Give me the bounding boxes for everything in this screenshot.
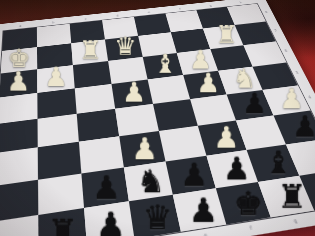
square-c2: ♟ (81, 167, 129, 208)
square-b4 (38, 114, 79, 148)
file-label: g (209, 4, 212, 7)
white-pawn: ♟ (189, 47, 212, 72)
white-bishop: ♝ (154, 51, 177, 77)
white-pawn: ♟ (131, 133, 158, 163)
file-label: f (178, 7, 181, 10)
white-pawn: ♟ (196, 70, 220, 97)
file-label: h (239, 1, 243, 4)
white-pawn: ♟ (7, 68, 31, 95)
black-pawn: ♟ (189, 194, 219, 227)
black-pawn: ♟ (292, 112, 315, 141)
white-pawn: ♟ (279, 85, 304, 112)
rank-label: 5 (295, 71, 299, 75)
black-king: ♚ (234, 187, 263, 220)
square-g3 (236, 116, 286, 150)
square-a4 (0, 119, 38, 153)
square-f3: ♟ (198, 121, 247, 156)
board-grid: ♚♜♛♜♟♟♝♟♟♟♞♟♟♟♟♟♟♞♟♟♝♜♟♛♟♚♜ (0, 4, 315, 236)
file-label: a (19, 24, 22, 27)
white-pawn: ♟ (122, 79, 146, 106)
file-label: g (292, 217, 298, 223)
white-pawn: ♟ (213, 122, 239, 151)
black-rook: ♜ (278, 180, 307, 212)
file-label: c (84, 17, 87, 20)
square-d2: ♞ (124, 161, 173, 201)
square-d5: ♟ (111, 79, 153, 109)
square-a5 (0, 93, 38, 124)
square-b3 (38, 142, 82, 179)
black-pawn: ♟ (223, 153, 251, 184)
black-pawn: ♟ (92, 171, 121, 203)
file-label: f (248, 224, 253, 230)
square-b5 (37, 88, 76, 119)
square-c6 (73, 61, 112, 88)
black-knight: ♞ (137, 165, 165, 197)
file-label: e (203, 232, 208, 236)
black-rook: ♜ (48, 215, 79, 236)
board-perspective-wrapper: abcdefgh abcdefgh 87654321 87654321 ♚♜♛♜… (0, 0, 315, 236)
square-f5: ♟ (183, 71, 227, 100)
chess-board: abcdefgh abcdefgh 87654321 87654321 ♚♜♛♜… (0, 0, 315, 236)
square-e1: ♟ (173, 188, 227, 232)
black-bishop: ♝ (265, 147, 292, 178)
black-queen: ♛ (143, 201, 173, 234)
square-f6: ♟ (177, 49, 218, 75)
rank-label: 4 (307, 95, 312, 99)
file-label: b (52, 21, 55, 24)
black-pawn: ♟ (180, 159, 208, 190)
file-label: e (147, 11, 150, 14)
white-pawn: ♟ (44, 63, 68, 89)
rank-label: 6 (284, 49, 288, 52)
photo-scene: abcdefgh abcdefgh 87654321 87654321 ♚♜♛♜… (0, 0, 315, 236)
rank-label: 8 (264, 11, 268, 14)
rank-label: 7 (274, 29, 278, 32)
file-label: d (116, 14, 119, 17)
square-d1: ♛ (129, 194, 181, 236)
black-pawn: ♟ (96, 208, 126, 236)
square-b2 (38, 173, 84, 215)
square-h3: ♟ (274, 111, 315, 144)
